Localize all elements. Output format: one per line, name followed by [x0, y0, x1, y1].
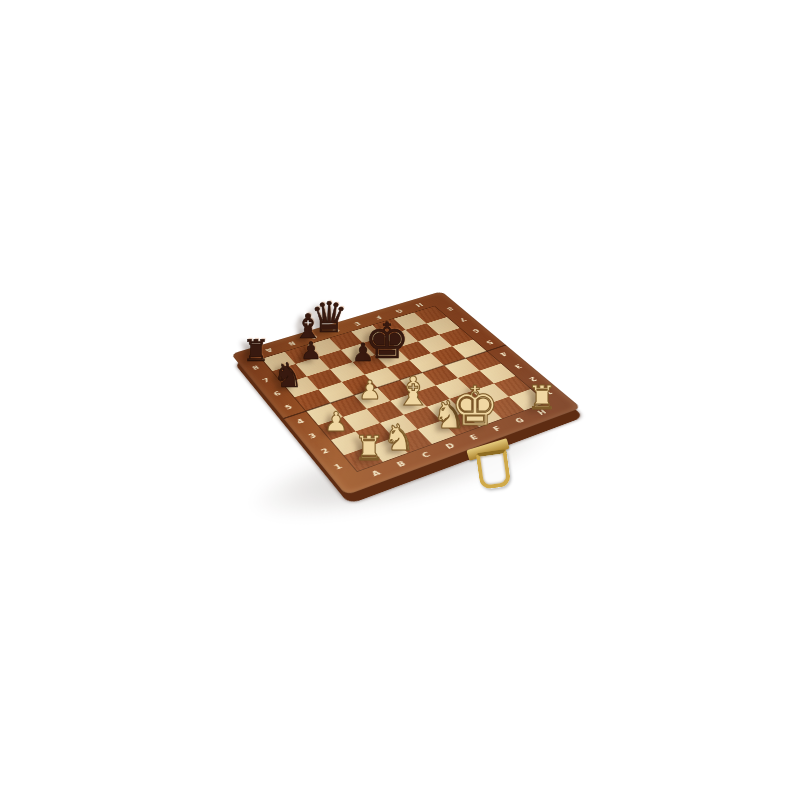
file-label-bottom-E: E [460, 431, 489, 445]
product-photo: AABBCCDDEEFFGGHH1122334455667788 ♜♝♛♟♞♟♚… [0, 0, 800, 800]
rank-label-left-7: 7 [254, 375, 280, 386]
file-label-bottom-A: A [361, 466, 391, 481]
file-label-bottom-D: D [436, 439, 465, 453]
file-label-bottom-B: B [387, 457, 417, 472]
rank-label-right-8: 8 [438, 304, 461, 313]
rank-label-left-8: 8 [243, 363, 268, 374]
rank-label-left-1: 1 [324, 460, 352, 474]
rank-label-right-4: 4 [491, 349, 515, 360]
rank-label-right-5: 5 [477, 337, 501, 347]
rank-label-left-3: 3 [299, 430, 326, 443]
file-label-bottom-C: C [412, 448, 442, 462]
rank-label-left-6: 6 [265, 388, 291, 400]
file-label-bottom-H: H [529, 406, 557, 419]
rank-label-left-4: 4 [287, 415, 314, 428]
rank-label-right-6: 6 [464, 326, 487, 336]
rank-label-right-3: 3 [505, 361, 529, 372]
file-label-bottom-F: F [483, 422, 511, 435]
rank-label-right-1: 1 [535, 386, 560, 398]
brass-clasp [476, 449, 512, 490]
rank-label-right-2: 2 [520, 373, 545, 384]
rank-label-left-2: 2 [312, 445, 340, 459]
rank-label-right-7: 7 [451, 315, 474, 325]
